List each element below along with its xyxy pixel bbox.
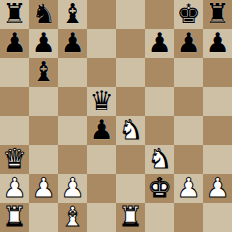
square-e6[interactable] <box>116 58 145 87</box>
square-e1[interactable]: ♜ <box>116 203 145 232</box>
square-a2[interactable]: ♟ <box>0 174 29 203</box>
square-e3[interactable] <box>116 145 145 174</box>
white-knight[interactable]: ♞ <box>147 145 171 173</box>
white-pawn[interactable]: ♟ <box>2 174 26 202</box>
square-f7[interactable]: ♟ <box>145 29 174 58</box>
square-a5[interactable] <box>0 87 29 116</box>
square-c3[interactable] <box>58 145 87 174</box>
white-pawn[interactable]: ♟ <box>205 174 229 202</box>
square-b3[interactable] <box>29 145 58 174</box>
square-h3[interactable] <box>203 145 232 174</box>
square-e8[interactable] <box>116 0 145 29</box>
square-g4[interactable] <box>174 116 203 145</box>
square-c2[interactable]: ♟ <box>58 174 87 203</box>
square-e4[interactable]: ♞ <box>116 116 145 145</box>
white-king[interactable]: ♚ <box>147 174 171 202</box>
square-d1[interactable] <box>87 203 116 232</box>
square-b6[interactable]: ♝ <box>29 58 58 87</box>
square-c7[interactable]: ♟ <box>58 29 87 58</box>
square-d4[interactable]: ♟ <box>87 116 116 145</box>
square-a7[interactable]: ♟ <box>0 29 29 58</box>
square-c6[interactable] <box>58 58 87 87</box>
square-g2[interactable]: ♟ <box>174 174 203 203</box>
white-bishop[interactable]: ♝ <box>60 203 84 231</box>
square-b7[interactable]: ♟ <box>29 29 58 58</box>
black-knight[interactable]: ♞ <box>31 0 55 28</box>
square-b2[interactable]: ♟ <box>29 174 58 203</box>
black-bishop[interactable]: ♝ <box>60 0 84 28</box>
white-queen[interactable]: ♛ <box>2 145 26 173</box>
black-pawn[interactable]: ♟ <box>176 29 200 57</box>
white-knight[interactable]: ♞ <box>118 116 142 144</box>
black-rook[interactable]: ♜ <box>205 0 229 28</box>
square-h2[interactable]: ♟ <box>203 174 232 203</box>
square-a1[interactable]: ♜ <box>0 203 29 232</box>
square-g3[interactable] <box>174 145 203 174</box>
square-d7[interactable] <box>87 29 116 58</box>
square-h5[interactable] <box>203 87 232 116</box>
square-h4[interactable] <box>203 116 232 145</box>
black-pawn[interactable]: ♟ <box>89 116 113 144</box>
square-g5[interactable] <box>174 87 203 116</box>
square-g6[interactable] <box>174 58 203 87</box>
square-a4[interactable] <box>0 116 29 145</box>
square-f5[interactable] <box>145 87 174 116</box>
square-h7[interactable]: ♟ <box>203 29 232 58</box>
square-c8[interactable]: ♝ <box>58 0 87 29</box>
square-d3[interactable] <box>87 145 116 174</box>
black-bishop[interactable]: ♝ <box>31 58 55 86</box>
white-rook[interactable]: ♜ <box>118 203 142 231</box>
square-b4[interactable] <box>29 116 58 145</box>
black-queen[interactable]: ♛ <box>89 87 113 115</box>
square-e2[interactable] <box>116 174 145 203</box>
square-c5[interactable] <box>58 87 87 116</box>
black-king[interactable]: ♚ <box>176 0 200 28</box>
square-b1[interactable] <box>29 203 58 232</box>
square-f1[interactable] <box>145 203 174 232</box>
square-d2[interactable] <box>87 174 116 203</box>
square-b5[interactable] <box>29 87 58 116</box>
square-d6[interactable] <box>87 58 116 87</box>
square-c1[interactable]: ♝ <box>58 203 87 232</box>
square-c4[interactable] <box>58 116 87 145</box>
square-b8[interactable]: ♞ <box>29 0 58 29</box>
square-d5[interactable]: ♛ <box>87 87 116 116</box>
square-h1[interactable] <box>203 203 232 232</box>
black-pawn[interactable]: ♟ <box>147 29 171 57</box>
square-f4[interactable] <box>145 116 174 145</box>
square-d8[interactable] <box>87 0 116 29</box>
chess-board: ♜♞♝♚♜♟♟♟♟♟♟♝♛♟♞♛♞♟♟♟♚♟♟♜♝♜ <box>0 0 232 232</box>
square-h8[interactable]: ♜ <box>203 0 232 29</box>
white-pawn[interactable]: ♟ <box>60 174 84 202</box>
square-f8[interactable] <box>145 0 174 29</box>
square-g7[interactable]: ♟ <box>174 29 203 58</box>
square-f6[interactable] <box>145 58 174 87</box>
square-e7[interactable] <box>116 29 145 58</box>
square-a3[interactable]: ♛ <box>0 145 29 174</box>
white-rook[interactable]: ♜ <box>2 203 26 231</box>
black-pawn[interactable]: ♟ <box>31 29 55 57</box>
white-pawn[interactable]: ♟ <box>176 174 200 202</box>
square-f3[interactable]: ♞ <box>145 145 174 174</box>
square-h6[interactable] <box>203 58 232 87</box>
white-pawn[interactable]: ♟ <box>31 174 55 202</box>
square-g1[interactable] <box>174 203 203 232</box>
square-e5[interactable] <box>116 87 145 116</box>
black-pawn[interactable]: ♟ <box>205 29 229 57</box>
square-a8[interactable]: ♜ <box>0 0 29 29</box>
square-g8[interactable]: ♚ <box>174 0 203 29</box>
black-rook[interactable]: ♜ <box>2 0 26 28</box>
square-a6[interactable] <box>0 58 29 87</box>
square-f2[interactable]: ♚ <box>145 174 174 203</box>
black-pawn[interactable]: ♟ <box>60 29 84 57</box>
black-pawn[interactable]: ♟ <box>2 29 26 57</box>
